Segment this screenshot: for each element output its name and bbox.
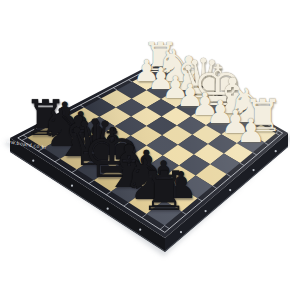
board-sheen — [10, 60, 288, 238]
chess-set-photo: ♜♟♞♟♝♟♛♟♚♝♟♞♟♟♜♟♟♜♟♟♞♟♝♟♛♟♚♟♝♟♞♜ www.boa… — [0, 0, 290, 290]
